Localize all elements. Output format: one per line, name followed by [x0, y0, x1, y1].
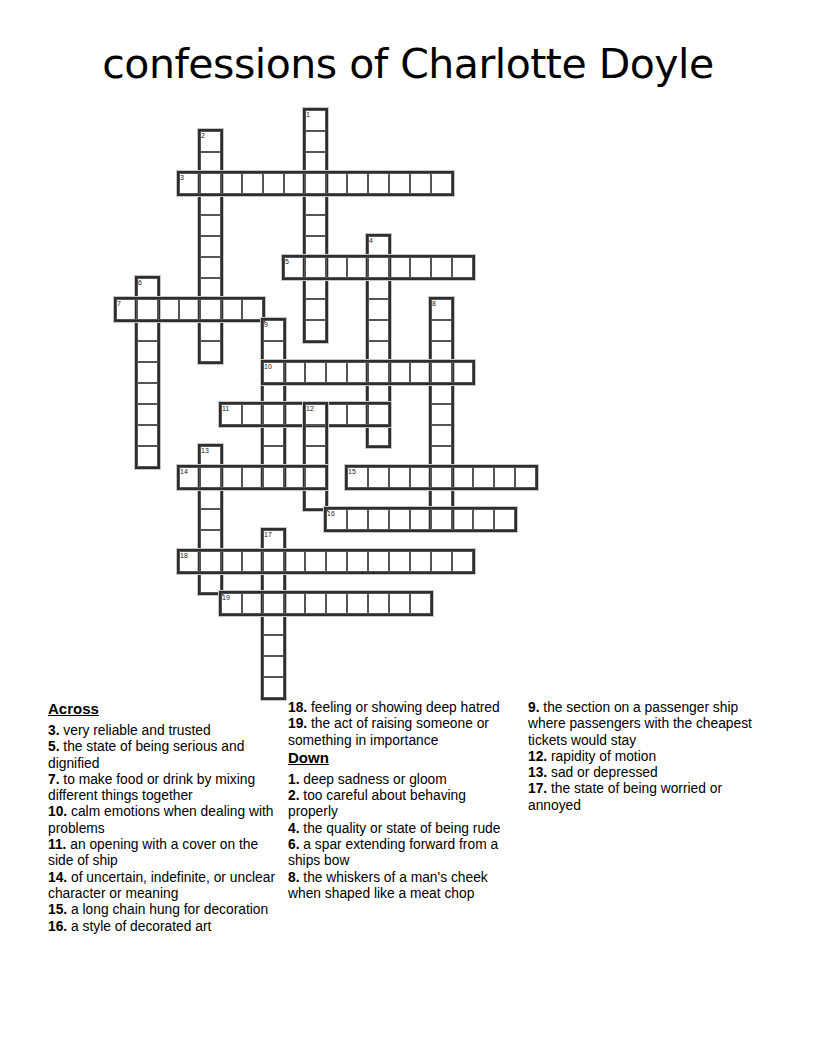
- grid-cell[interactable]: [305, 194, 326, 215]
- grid-cell[interactable]: [305, 257, 326, 278]
- word-18-across: [177, 549, 475, 574]
- grid-cell[interactable]: [368, 383, 389, 404]
- grid-cell[interactable]: [137, 341, 158, 362]
- grid-cell[interactable]: [305, 488, 326, 509]
- grid-cell[interactable]: [242, 404, 263, 425]
- clue-column: Across3. very reliable and trusted5. the…: [48, 700, 278, 935]
- clue-section: Across3. very reliable and trusted5. the…: [48, 700, 770, 935]
- grid-cell[interactable]: [305, 152, 326, 173]
- word-12-down: [303, 402, 328, 511]
- grid-cell[interactable]: [431, 425, 452, 446]
- grid-cell[interactable]: [137, 362, 158, 383]
- cell-number: 10: [264, 363, 272, 371]
- grid-cell[interactable]: [305, 173, 326, 194]
- grid-cell[interactable]: [263, 635, 284, 656]
- cell-number: 4: [369, 237, 373, 245]
- clue-19-across: 19. the act of raising someone or someth…: [288, 716, 518, 749]
- grid-cell[interactable]: [326, 551, 347, 572]
- grid-cell[interactable]: [221, 467, 242, 488]
- grid-cell[interactable]: [431, 173, 452, 194]
- grid-cell[interactable]: [347, 362, 368, 383]
- clue-1-down: 1. deep sadness or gloom: [288, 772, 518, 788]
- grid-cell[interactable]: [347, 404, 368, 425]
- grid-cell[interactable]: [137, 383, 158, 404]
- clue-5-across: 5. the state of being serious and dignif…: [48, 739, 278, 772]
- grid-cell[interactable]: [305, 551, 326, 572]
- grid-cell[interactable]: [200, 278, 221, 299]
- grid-cell[interactable]: [410, 362, 431, 383]
- clue-number: 14.: [48, 870, 67, 885]
- grid-cell[interactable]: [200, 572, 221, 593]
- grid-cell[interactable]: [242, 173, 263, 194]
- grid-cell[interactable]: [515, 467, 536, 488]
- cell-number: 6: [138, 279, 142, 287]
- grid-cell[interactable]: [305, 320, 326, 341]
- grid-cell[interactable]: [410, 173, 431, 194]
- grid-cell[interactable]: [305, 425, 326, 446]
- clue-13-down: 13. sad or depressed: [528, 765, 758, 781]
- cell-number: 3: [180, 174, 184, 182]
- grid-cell[interactable]: [431, 467, 452, 488]
- grid-cell[interactable]: [452, 551, 473, 572]
- clue-6-down: 6. a spar extending forward from a ships…: [288, 837, 518, 870]
- grid-cell[interactable]: [410, 593, 431, 614]
- word-1-down: [303, 108, 328, 343]
- grid-cell[interactable]: [494, 509, 515, 530]
- grid-cell[interactable]: [389, 257, 410, 278]
- grid-cell[interactable]: [368, 467, 389, 488]
- across-header: Across: [48, 700, 278, 717]
- grid-cell[interactable]: [431, 404, 452, 425]
- grid-cell[interactable]: [263, 446, 284, 467]
- clue-number: 9.: [528, 700, 540, 715]
- clue-number: 7.: [48, 772, 60, 787]
- grid-cell[interactable]: [326, 173, 347, 194]
- grid-cell[interactable]: [200, 173, 221, 194]
- clue-7-across: 7. to make food or drink by mixing diffe…: [48, 772, 278, 805]
- clue-number: 10.: [48, 804, 67, 819]
- clue-number: 5.: [48, 739, 60, 754]
- grid-cell[interactable]: [200, 488, 221, 509]
- clue-2-down: 2. too careful about behaving properly: [288, 788, 518, 821]
- grid-cell[interactable]: [326, 257, 347, 278]
- grid-cell[interactable]: [368, 299, 389, 320]
- grid-cell[interactable]: [284, 404, 305, 425]
- crossword-grid: 12345678910111213141516171819: [0, 0, 816, 700]
- grid-cell[interactable]: [389, 509, 410, 530]
- grid-cell[interactable]: [389, 362, 410, 383]
- grid-cell[interactable]: [305, 362, 326, 383]
- grid-cell[interactable]: [473, 509, 494, 530]
- grid-cell[interactable]: [200, 530, 221, 551]
- grid-cell[interactable]: [326, 362, 347, 383]
- grid-cell[interactable]: [368, 173, 389, 194]
- clue-column: 18. feeling or showing deep hatred19. th…: [288, 700, 518, 935]
- grid-cell[interactable]: [305, 467, 326, 488]
- grid-cell[interactable]: [347, 593, 368, 614]
- clue-3-across: 3. very reliable and trusted: [48, 723, 278, 739]
- grid-cell[interactable]: [200, 257, 221, 278]
- grid-cell[interactable]: [137, 320, 158, 341]
- grid-cell[interactable]: [200, 509, 221, 530]
- cell-number: 1: [306, 111, 310, 119]
- grid-cell[interactable]: [263, 551, 284, 572]
- grid-cell[interactable]: [368, 425, 389, 446]
- word-7-across: [114, 297, 265, 322]
- grid-cell[interactable]: [494, 467, 515, 488]
- clue-number: 1.: [288, 772, 300, 787]
- grid-cell[interactable]: [158, 299, 179, 320]
- grid-cell[interactable]: [200, 320, 221, 341]
- grid-cell[interactable]: [368, 404, 389, 425]
- grid-cell[interactable]: [431, 488, 452, 509]
- grid-cell[interactable]: [305, 446, 326, 467]
- grid-cell[interactable]: [431, 551, 452, 572]
- grid-cell[interactable]: [179, 299, 200, 320]
- grid-cell[interactable]: [263, 341, 284, 362]
- cell-number: 11: [222, 405, 229, 413]
- grid-cell[interactable]: [305, 593, 326, 614]
- word-2-down: [198, 129, 223, 364]
- cell-number: 18: [180, 552, 188, 560]
- cell-number: 12: [306, 405, 314, 413]
- grid-cell[interactable]: [305, 299, 326, 320]
- clue-number: 6.: [288, 837, 300, 852]
- clue-number: 17.: [528, 781, 547, 796]
- down-header: Down: [288, 749, 518, 766]
- grid-cell[interactable]: [263, 425, 284, 446]
- cell-number: 17: [264, 531, 272, 539]
- grid-cell[interactable]: [410, 467, 431, 488]
- grid-cell[interactable]: [431, 320, 452, 341]
- grid-cell[interactable]: [200, 194, 221, 215]
- grid-cell[interactable]: [368, 257, 389, 278]
- clue-18-across: 18. feeling or showing deep hatred: [288, 700, 518, 716]
- grid-cell[interactable]: [326, 593, 347, 614]
- grid-cell[interactable]: [242, 593, 263, 614]
- grid-cell[interactable]: [263, 614, 284, 635]
- grid-cell[interactable]: [263, 467, 284, 488]
- grid-cell[interactable]: [284, 551, 305, 572]
- grid-cell[interactable]: [431, 257, 452, 278]
- cell-number: 8: [432, 300, 436, 308]
- grid-cell[interactable]: [284, 467, 305, 488]
- grid-cell[interactable]: [389, 551, 410, 572]
- grid-cell[interactable]: [200, 152, 221, 173]
- clue-number: 19.: [288, 716, 307, 731]
- clue-17-down: 17. the state of being worried or annoye…: [528, 781, 758, 814]
- cell-number: 2: [201, 132, 205, 140]
- grid-cell[interactable]: [410, 257, 431, 278]
- clue-11-across: 11. an opening with a cover on the side …: [48, 837, 278, 870]
- clue-number: 13.: [528, 765, 547, 780]
- clue-column: 9. the section on a passenger ship where…: [528, 700, 758, 935]
- grid-cell[interactable]: [263, 656, 284, 677]
- grid-cell[interactable]: [452, 509, 473, 530]
- grid-cell[interactable]: [368, 509, 389, 530]
- clue-number: 8.: [288, 870, 300, 885]
- grid-cell[interactable]: [263, 572, 284, 593]
- clue-number: 2.: [288, 788, 300, 803]
- grid-cell[interactable]: [431, 383, 452, 404]
- grid-cell[interactable]: [347, 509, 368, 530]
- grid-cell[interactable]: [221, 299, 242, 320]
- cell-number: 7: [117, 300, 121, 308]
- clue-10-across: 10. calm emotions when dealing with prob…: [48, 804, 278, 837]
- grid-cell[interactable]: [263, 383, 284, 404]
- word-15-across: [345, 465, 538, 490]
- grid-cell[interactable]: [137, 425, 158, 446]
- grid-cell[interactable]: [368, 551, 389, 572]
- clue-number: 3.: [48, 723, 60, 738]
- grid-cell[interactable]: [137, 404, 158, 425]
- grid-cell[interactable]: [410, 509, 431, 530]
- word-19-across: [219, 591, 433, 616]
- cell-number: 9: [264, 321, 268, 329]
- word-16-across: [324, 507, 517, 532]
- grid-cell[interactable]: [305, 131, 326, 152]
- clue-number: 4.: [288, 821, 300, 836]
- grid-cell[interactable]: [347, 257, 368, 278]
- clue-8-down: 8. the whiskers of a man's cheek when sh…: [288, 870, 518, 903]
- grid-cell[interactable]: [242, 551, 263, 572]
- clue-12-down: 12. rapidity of motion: [528, 749, 758, 765]
- cell-number: 5: [285, 258, 289, 266]
- grid-cell[interactable]: [368, 362, 389, 383]
- grid-cell[interactable]: [431, 509, 452, 530]
- grid-cell[interactable]: [368, 278, 389, 299]
- word-5-across: [282, 255, 475, 280]
- word-8-down: [429, 297, 454, 532]
- grid-cell[interactable]: [368, 341, 389, 362]
- grid-cell[interactable]: [137, 299, 158, 320]
- clue-4-down: 4. the quality or state of being rude: [288, 821, 518, 837]
- grid-cell[interactable]: [389, 173, 410, 194]
- grid-cell[interactable]: [263, 677, 284, 698]
- grid-cell[interactable]: [452, 362, 473, 383]
- grid-cell[interactable]: [200, 215, 221, 236]
- word-3-across: [177, 171, 454, 196]
- grid-cell[interactable]: [389, 467, 410, 488]
- grid-cell[interactable]: [431, 341, 452, 362]
- clue-number: 12.: [528, 749, 547, 764]
- grid-cell[interactable]: [347, 173, 368, 194]
- grid-cell[interactable]: [284, 173, 305, 194]
- grid-cell[interactable]: [200, 467, 221, 488]
- cell-number: 16: [327, 510, 335, 518]
- grid-cell[interactable]: [200, 341, 221, 362]
- grid-cell[interactable]: [137, 446, 158, 467]
- grid-cell[interactable]: [368, 593, 389, 614]
- clue-number: 11.: [48, 837, 66, 852]
- grid-cell[interactable]: [368, 320, 389, 341]
- grid-cell[interactable]: [473, 467, 494, 488]
- clue-16-across: 16. a style of decorated art: [48, 919, 278, 935]
- cell-number: 19: [222, 594, 230, 602]
- page: confessions of Charlotte Doyle 123456789…: [0, 0, 816, 1056]
- grid-cell[interactable]: [200, 551, 221, 572]
- clue-14-across: 14. of uncertain, indefinite, or unclear…: [48, 870, 278, 903]
- grid-cell[interactable]: [284, 593, 305, 614]
- grid-cell[interactable]: [263, 593, 284, 614]
- grid-cell[interactable]: [452, 467, 473, 488]
- grid-cell[interactable]: [326, 404, 347, 425]
- grid-cell[interactable]: [431, 362, 452, 383]
- grid-cell[interactable]: [410, 551, 431, 572]
- clue-number: 18.: [288, 700, 307, 715]
- clue-number: 15.: [48, 902, 67, 917]
- grid-cell[interactable]: [221, 551, 242, 572]
- cell-number: 14: [180, 468, 188, 476]
- clue-9-down: 9. the section on a passenger ship where…: [528, 700, 758, 749]
- grid-cell[interactable]: [389, 593, 410, 614]
- grid-cell[interactable]: [305, 236, 326, 257]
- cell-number: 13: [201, 447, 209, 455]
- grid-cell[interactable]: [221, 173, 242, 194]
- grid-cell[interactable]: [200, 299, 221, 320]
- clue-number: 16.: [48, 919, 67, 934]
- grid-cell[interactable]: [284, 362, 305, 383]
- grid-cell[interactable]: [305, 215, 326, 236]
- grid-cell[interactable]: [305, 278, 326, 299]
- grid-cell[interactable]: [263, 173, 284, 194]
- grid-cell[interactable]: [242, 299, 263, 320]
- word-10-across: [261, 360, 475, 385]
- word-14-across: [177, 465, 328, 490]
- grid-cell[interactable]: [431, 446, 452, 467]
- grid-cell[interactable]: [347, 551, 368, 572]
- grid-cell[interactable]: [242, 467, 263, 488]
- grid-cell[interactable]: [200, 236, 221, 257]
- grid-cell[interactable]: [452, 257, 473, 278]
- clue-15-across: 15. a long chain hung for decoration: [48, 902, 278, 918]
- grid-cell[interactable]: [263, 404, 284, 425]
- cell-number: 15: [348, 468, 356, 476]
